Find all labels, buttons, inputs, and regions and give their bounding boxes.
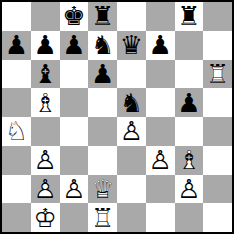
white-rook-icon: ♖ xyxy=(88,203,117,232)
piece-black-knight[interactable]: ♞ xyxy=(88,31,117,60)
square-g2[interactable]: ♟♙ xyxy=(175,175,204,204)
square-h5[interactable] xyxy=(203,88,232,117)
square-e2[interactable] xyxy=(117,175,146,204)
square-f2[interactable] xyxy=(146,175,175,204)
square-b7[interactable]: ♟ xyxy=(31,31,60,60)
piece-black-pawn[interactable]: ♟ xyxy=(2,31,31,60)
white-pawn-icon: ♙ xyxy=(146,146,175,175)
black-bishop-icon: ♝ xyxy=(31,60,60,89)
square-h7[interactable] xyxy=(203,31,232,60)
square-h1[interactable] xyxy=(203,203,232,232)
white-bishop-icon: ♗ xyxy=(175,146,204,175)
white-pawn-icon: ♙ xyxy=(60,175,89,204)
piece-black-pawn[interactable]: ♟ xyxy=(175,88,204,117)
piece-black-rook[interactable]: ♜ xyxy=(88,2,117,31)
square-b5[interactable]: ♝♗ xyxy=(31,88,60,117)
square-g5[interactable]: ♟ xyxy=(175,88,204,117)
piece-white-queen[interactable]: ♛♕ xyxy=(88,175,117,204)
square-e4[interactable]: ♟♙ xyxy=(117,117,146,146)
square-d3[interactable] xyxy=(88,146,117,175)
square-f6[interactable] xyxy=(146,60,175,89)
square-g8[interactable]: ♜ xyxy=(175,2,204,31)
square-d1[interactable]: ♜♖ xyxy=(88,203,117,232)
white-pawn-icon: ♙ xyxy=(117,117,146,146)
square-f4[interactable] xyxy=(146,117,175,146)
white-rook-icon: ♖ xyxy=(203,60,232,89)
piece-white-rook[interactable]: ♜♖ xyxy=(203,60,232,89)
square-f1[interactable] xyxy=(146,203,175,232)
square-g7[interactable] xyxy=(175,31,204,60)
square-g4[interactable] xyxy=(175,117,204,146)
square-c1[interactable] xyxy=(60,203,89,232)
square-b3[interactable]: ♟♙ xyxy=(31,146,60,175)
square-a4[interactable]: ♞♘ xyxy=(2,117,31,146)
black-king-icon: ♚ xyxy=(60,2,89,31)
black-queen-icon: ♛ xyxy=(117,31,146,60)
square-f8[interactable] xyxy=(146,2,175,31)
square-b8[interactable] xyxy=(31,2,60,31)
square-a6[interactable] xyxy=(2,60,31,89)
square-g6[interactable] xyxy=(175,60,204,89)
piece-black-pawn[interactable]: ♟ xyxy=(88,60,117,89)
piece-white-bishop[interactable]: ♝♗ xyxy=(31,88,60,117)
square-h4[interactable] xyxy=(203,117,232,146)
white-king-icon: ♔ xyxy=(31,203,60,232)
piece-black-pawn[interactable]: ♟ xyxy=(60,31,89,60)
piece-white-pawn[interactable]: ♟♙ xyxy=(175,175,204,204)
black-knight-icon: ♞ xyxy=(117,88,146,117)
square-e7[interactable]: ♛ xyxy=(117,31,146,60)
piece-white-knight[interactable]: ♞♘ xyxy=(2,117,31,146)
square-b2[interactable]: ♟♙ xyxy=(31,175,60,204)
square-c2[interactable]: ♟♙ xyxy=(60,175,89,204)
black-rook-icon: ♜ xyxy=(88,2,117,31)
white-pawn-icon: ♙ xyxy=(31,146,60,175)
piece-white-pawn[interactable]: ♟♙ xyxy=(146,146,175,175)
square-g1[interactable] xyxy=(175,203,204,232)
black-knight-icon: ♞ xyxy=(88,31,117,60)
piece-white-pawn[interactable]: ♟♙ xyxy=(60,175,89,204)
piece-white-rook[interactable]: ♜♖ xyxy=(88,203,117,232)
square-d7[interactable]: ♞ xyxy=(88,31,117,60)
square-e6[interactable] xyxy=(117,60,146,89)
square-d4[interactable] xyxy=(88,117,117,146)
white-knight-icon: ♘ xyxy=(2,117,31,146)
piece-white-king[interactable]: ♚♔ xyxy=(31,203,60,232)
square-d2[interactable]: ♛♕ xyxy=(88,175,117,204)
square-d6[interactable]: ♟ xyxy=(88,60,117,89)
square-e3[interactable] xyxy=(117,146,146,175)
square-a7[interactable]: ♟ xyxy=(2,31,31,60)
square-b1[interactable]: ♚♔ xyxy=(31,203,60,232)
square-d5[interactable] xyxy=(88,88,117,117)
piece-black-king[interactable]: ♚ xyxy=(60,2,89,31)
square-c8[interactable]: ♚ xyxy=(60,2,89,31)
square-e5[interactable]: ♞ xyxy=(117,88,146,117)
black-pawn-icon: ♟ xyxy=(146,31,175,60)
black-pawn-icon: ♟ xyxy=(60,31,89,60)
square-c7[interactable]: ♟ xyxy=(60,31,89,60)
black-pawn-icon: ♟ xyxy=(88,60,117,89)
black-pawn-icon: ♟ xyxy=(2,31,31,60)
white-bishop-icon: ♗ xyxy=(31,88,60,117)
black-pawn-icon: ♟ xyxy=(175,88,204,117)
piece-black-knight[interactable]: ♞ xyxy=(117,88,146,117)
piece-black-pawn[interactable]: ♟ xyxy=(146,31,175,60)
piece-white-pawn[interactable]: ♟♙ xyxy=(117,117,146,146)
piece-black-rook[interactable]: ♜ xyxy=(175,2,204,31)
square-c5[interactable] xyxy=(60,88,89,117)
chess-board: ♚♜♜♟♟♟♞♛♟♝♟♜♖♝♗♞♟♞♘♟♙♟♙♟♙♝♗♟♙♟♙♛♕♟♙♚♔♜♖ xyxy=(0,0,234,234)
square-h6[interactable]: ♜♖ xyxy=(203,60,232,89)
piece-white-bishop[interactable]: ♝♗ xyxy=(175,146,204,175)
square-a5[interactable] xyxy=(2,88,31,117)
square-f3[interactable]: ♟♙ xyxy=(146,146,175,175)
black-rook-icon: ♜ xyxy=(175,2,204,31)
square-h2[interactable] xyxy=(203,175,232,204)
piece-black-pawn[interactable]: ♟ xyxy=(31,31,60,60)
black-pawn-icon: ♟ xyxy=(31,31,60,60)
square-b4[interactable] xyxy=(31,117,60,146)
square-a3[interactable] xyxy=(2,146,31,175)
square-e1[interactable] xyxy=(117,203,146,232)
square-a8[interactable] xyxy=(2,2,31,31)
piece-black-bishop[interactable]: ♝ xyxy=(31,60,60,89)
square-h3[interactable] xyxy=(203,146,232,175)
square-c3[interactable] xyxy=(60,146,89,175)
piece-white-pawn[interactable]: ♟♙ xyxy=(31,146,60,175)
square-d8[interactable]: ♜ xyxy=(88,2,117,31)
square-b6[interactable]: ♝ xyxy=(31,60,60,89)
square-c6[interactable] xyxy=(60,60,89,89)
square-a1[interactable] xyxy=(2,203,31,232)
square-f5[interactable] xyxy=(146,88,175,117)
square-f7[interactable]: ♟ xyxy=(146,31,175,60)
square-e8[interactable] xyxy=(117,2,146,31)
square-a2[interactable] xyxy=(2,175,31,204)
square-g3[interactable]: ♝♗ xyxy=(175,146,204,175)
piece-black-queen[interactable]: ♛ xyxy=(117,31,146,60)
white-pawn-icon: ♙ xyxy=(31,175,60,204)
white-pawn-icon: ♙ xyxy=(175,175,204,204)
piece-white-pawn[interactable]: ♟♙ xyxy=(31,175,60,204)
square-h8[interactable] xyxy=(203,2,232,31)
white-queen-icon: ♕ xyxy=(88,175,117,204)
square-c4[interactable] xyxy=(60,117,89,146)
